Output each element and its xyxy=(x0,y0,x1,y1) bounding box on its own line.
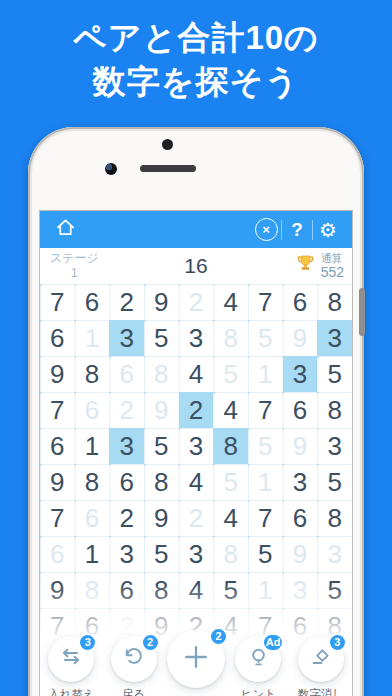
grid-cell[interactable]: 3 xyxy=(109,428,144,464)
grid-cell[interactable]: 4 xyxy=(179,572,214,608)
grid-cell[interactable]: 4 xyxy=(213,284,248,320)
swap-button[interactable]: 3 xyxy=(48,636,94,682)
grid-cell[interactable]: 4 xyxy=(179,464,214,500)
phone-sensor-dot xyxy=(162,139,173,150)
grid-cell[interactable]: 8 xyxy=(144,572,179,608)
grid-cell[interactable]: 2 xyxy=(179,284,214,320)
grid-cell[interactable]: 7 xyxy=(40,392,75,428)
grid-cell[interactable]: 3 xyxy=(283,356,318,392)
grid-cell[interactable]: 6 xyxy=(40,428,75,464)
undo-button[interactable]: 2 xyxy=(111,636,157,682)
grid-cell[interactable]: 6 xyxy=(109,464,144,500)
grid-cell[interactable]: 2 xyxy=(179,500,214,536)
grid-cell[interactable]: 5 xyxy=(248,428,283,464)
page-title-line2: 数字を探そう xyxy=(0,60,392,104)
grid-cell[interactable]: 8 xyxy=(317,392,352,428)
grid-cell[interactable]: 5 xyxy=(317,464,352,500)
phone-side-button xyxy=(359,288,365,336)
grid-cell[interactable]: 9 xyxy=(283,536,318,572)
grid-cell[interactable]: 3 xyxy=(179,320,214,356)
total-score: 通算 552 xyxy=(295,251,344,279)
page-title-line1: ペアと合計10の xyxy=(0,16,392,60)
grid-cell[interactable]: 7 xyxy=(248,284,283,320)
grid-cell[interactable]: 1 xyxy=(75,320,110,356)
grid-cell[interactable]: 5 xyxy=(317,356,352,392)
grid-cell[interactable]: 2 xyxy=(109,500,144,536)
grid-cell[interactable]: 9 xyxy=(283,428,318,464)
grid-cell[interactable]: 4 xyxy=(213,392,248,428)
plus-icon xyxy=(181,642,211,676)
toolbar-slot-swap: 3 入れ替え xyxy=(40,630,102,696)
close-circle-icon: × xyxy=(255,218,278,241)
grid-cell[interactable]: 9 xyxy=(283,320,318,356)
grid-cell[interactable]: 8 xyxy=(75,572,110,608)
grid-cell[interactable]: 5 xyxy=(248,320,283,356)
grid-cell[interactable]: 6 xyxy=(109,356,144,392)
grid-cell[interactable]: 5 xyxy=(144,536,179,572)
page-title: ペアと合計10の 数字を探そう xyxy=(0,16,392,104)
grid-cell[interactable]: 6 xyxy=(75,500,110,536)
swap-badge: 3 xyxy=(78,633,97,652)
grid-cell[interactable]: 8 xyxy=(213,536,248,572)
add-numbers-button[interactable]: 2 xyxy=(167,630,225,688)
grid-cell[interactable]: 9 xyxy=(144,392,179,428)
grid-cell[interactable]: 8 xyxy=(213,320,248,356)
grid-cell[interactable]: 2 xyxy=(109,284,144,320)
grid-cell[interactable]: 9 xyxy=(40,572,75,608)
grid-cell[interactable]: 5 xyxy=(213,572,248,608)
grid-cell[interactable]: 5 xyxy=(144,320,179,356)
grid-cell[interactable]: 9 xyxy=(40,356,75,392)
grid-cell[interactable]: 3 xyxy=(109,536,144,572)
grid-cell[interactable]: 1 xyxy=(248,464,283,500)
grid-cell[interactable]: 7 xyxy=(248,392,283,428)
grid-cell[interactable]: 6 xyxy=(283,500,318,536)
grid-cell[interactable]: 3 xyxy=(317,428,352,464)
phone-front-camera xyxy=(105,163,117,175)
settings-button[interactable]: ⚙ xyxy=(313,215,343,245)
grid-cell[interactable]: 3 xyxy=(283,572,318,608)
grid-cell[interactable]: 1 xyxy=(75,428,110,464)
grid-cell[interactable]: 1 xyxy=(248,572,283,608)
erase-label: 数字消し xyxy=(298,687,344,696)
grid-cell[interactable]: 3 xyxy=(179,428,214,464)
grid-cell[interactable]: 6 xyxy=(283,284,318,320)
grid-cell[interactable]: 9 xyxy=(144,284,179,320)
gear-icon: ⚙ xyxy=(319,220,337,240)
grid-cell[interactable]: 9 xyxy=(144,500,179,536)
grid-cell[interactable]: 4 xyxy=(179,356,214,392)
swap-label: 入れ替え xyxy=(48,687,95,696)
grid-cell[interactable]: 2 xyxy=(109,392,144,428)
status-row: ステージ 1 16 通算 552 xyxy=(40,248,352,285)
grid-cell[interactable]: 8 xyxy=(75,464,110,500)
grid-cell[interactable]: 7 xyxy=(248,500,283,536)
hint-badge: Ad xyxy=(262,633,285,652)
home-icon xyxy=(55,217,76,242)
grid-cell[interactable]: 7 xyxy=(40,500,75,536)
total-label: 通算 xyxy=(321,251,344,265)
grid-cell[interactable]: 6 xyxy=(283,392,318,428)
total-value: 552 xyxy=(321,265,344,279)
grid-cell[interactable]: 4 xyxy=(213,500,248,536)
grid-cell[interactable]: 6 xyxy=(40,320,75,356)
grid-cell[interactable]: 5 xyxy=(213,464,248,500)
toolbar-slot-add: 2 xyxy=(165,630,227,696)
grid-cell[interactable]: 8 xyxy=(213,428,248,464)
erase-badge: 3 xyxy=(328,633,347,652)
grid-cell[interactable]: 5 xyxy=(248,536,283,572)
grid-cell[interactable]: 6 xyxy=(109,572,144,608)
phone-speaker xyxy=(140,165,196,172)
grid-cell[interactable]: 1 xyxy=(248,356,283,392)
help-icon: ? xyxy=(291,219,303,241)
grid-cell[interactable]: 6 xyxy=(40,536,75,572)
grid-cell[interactable]: 3 xyxy=(317,536,352,572)
swap-arrows-icon xyxy=(59,645,83,673)
grid-cell[interactable]: 8 xyxy=(317,284,352,320)
grid-cell[interactable]: 8 xyxy=(144,356,179,392)
close-button[interactable]: × xyxy=(251,215,281,245)
grid-cell[interactable]: 9 xyxy=(40,464,75,500)
grid-cell[interactable]: 8 xyxy=(144,464,179,500)
eraser-icon xyxy=(309,646,332,673)
grid-cell[interactable]: 3 xyxy=(283,464,318,500)
grid-cell[interactable]: 8 xyxy=(75,356,110,392)
add-badge: 2 xyxy=(209,627,228,646)
grid-cell[interactable]: 5 xyxy=(213,356,248,392)
toolbar-slot-undo: 2 戻る xyxy=(102,630,164,696)
help-button[interactable]: ? xyxy=(282,215,312,245)
grid-cell[interactable]: 5 xyxy=(317,572,352,608)
toolbar-slot-erase: 3 数字消し xyxy=(290,630,352,696)
number-grid: 7629247686135385939868451357629247686135… xyxy=(40,284,352,644)
grid-cell[interactable]: 3 xyxy=(317,320,352,356)
grid-cell[interactable]: 3 xyxy=(179,536,214,572)
toolbar: 3 入れ替え 2 戻る xyxy=(40,630,352,696)
undo-badge: 2 xyxy=(141,633,160,652)
undo-icon xyxy=(122,646,145,673)
grid-cell[interactable]: 7 xyxy=(40,284,75,320)
grid-cell[interactable]: 5 xyxy=(144,428,179,464)
grid-cell[interactable]: 6 xyxy=(75,284,110,320)
grid-cell[interactable]: 2 xyxy=(179,392,214,428)
grid-cell[interactable]: 1 xyxy=(75,536,110,572)
grid-cell[interactable]: 6 xyxy=(75,392,110,428)
home-button[interactable] xyxy=(50,215,80,245)
grid-cell[interactable]: 8 xyxy=(317,500,352,536)
total-text: 通算 552 xyxy=(321,251,344,279)
hint-label: ヒント xyxy=(241,687,276,696)
app-screen: × ? ⚙ ステージ 1 16 xyxy=(40,211,352,696)
hint-button[interactable]: Ad xyxy=(235,636,281,682)
grid-cell[interactable]: 3 xyxy=(109,320,144,356)
erase-button[interactable]: 3 xyxy=(298,636,344,682)
trophy-icon xyxy=(295,253,316,278)
undo-label: 戻る xyxy=(122,687,145,696)
toolbar-slot-hint: Ad ヒント xyxy=(227,630,289,696)
app-top-bar: × ? ⚙ xyxy=(40,211,352,248)
